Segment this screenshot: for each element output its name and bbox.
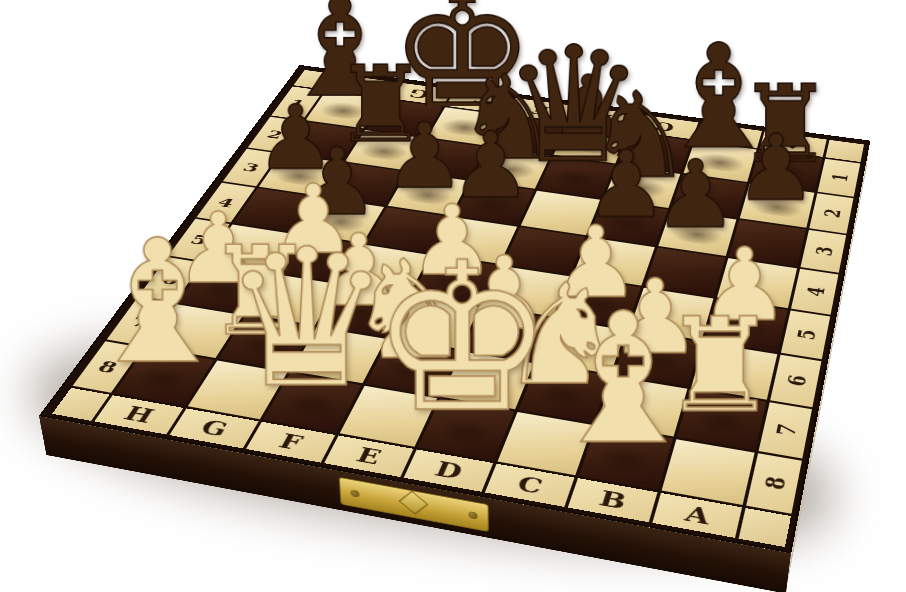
square-f8[interactable]: ♛: [263, 373, 361, 433]
frame-corner: [739, 508, 791, 547]
rank-label-right-8: 8: [746, 453, 802, 513]
board-grid: HGFEDCBA1♝♚♟♝♜12♜♞♛♞♟23♟♟♟♟♟34♟45♟♟♟♟56♟…: [39, 65, 870, 553]
piece-white-bishop[interactable]: ♝: [542, 289, 704, 469]
square-d8[interactable]: ♚: [418, 399, 514, 461]
rank-label-right-4: 4: [791, 269, 838, 315]
photo-scene: HGFEDCBA1♝♚♟♝♜12♜♞♛♞♟23♟♟♟♟♟34♟45♟♟♟♟56♟…: [0, 0, 906, 592]
latch-screw-right: [468, 511, 477, 520]
piece-black-pawn[interactable]: ♟: [734, 122, 816, 213]
chess-board-3d: HGFEDCBA1♝♚♟♝♜12♜♞♛♞♟23♟♟♟♟♟34♟45♟♟♟♟56♟…: [39, 65, 870, 553]
piece-white-queen[interactable]: ♛: [221, 223, 392, 413]
latch-screw-left: [350, 489, 359, 498]
rank-label-right-3: 3: [800, 230, 846, 273]
piece-white-bishop[interactable]: ♝: [80, 217, 233, 387]
latch-knob: [398, 491, 428, 515]
piece-white-king[interactable]: ♚: [369, 236, 553, 441]
file-label-bottom-f: F: [246, 422, 335, 463]
